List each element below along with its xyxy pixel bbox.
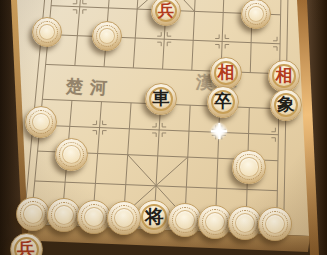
piece-character: 車 [146, 84, 176, 114]
xiangqi-game-scene: 楚河 漢界 兵相相車卒象将 兵 [0, 0, 327, 255]
river-text-chu-he: 楚河 [65, 75, 114, 100]
piece-h8-hidden[interactable] [232, 150, 265, 183]
piece-e10-将[interactable]: 将 [137, 200, 171, 234]
piece-g5-相[interactable]: 相 [210, 57, 241, 88]
piece-character: 兵 [11, 234, 42, 255]
piece-character: 相 [269, 61, 298, 90]
piece-c10-hidden[interactable] [77, 200, 111, 234]
piece-character: 象 [271, 90, 301, 120]
piece-a7-hidden[interactable] [25, 106, 57, 138]
piece-i6-象[interactable]: 象 [270, 89, 302, 121]
last-move-sparkle-indicator [210, 122, 228, 140]
piece-i5-相[interactable]: 相 [268, 60, 299, 91]
piece-f10-hidden[interactable] [168, 203, 202, 237]
piece-h10-hidden[interactable] [228, 206, 262, 240]
piece-character: 卒 [208, 87, 238, 117]
piece-e3-兵[interactable]: 兵 [151, 0, 181, 26]
piece-d10-hidden[interactable] [107, 201, 141, 235]
piece-g10-hidden[interactable] [198, 205, 232, 239]
piece-e6-車[interactable]: 車 [145, 83, 177, 115]
piece-b8-hidden[interactable] [55, 138, 88, 171]
piece-character: 兵 [152, 0, 180, 25]
piece-character: 将 [138, 201, 170, 233]
piece-character: 相 [211, 58, 240, 87]
piece-b10-hidden[interactable] [47, 198, 81, 232]
piece-a10-hidden[interactable] [16, 197, 50, 231]
piece-g6-卒[interactable]: 卒 [207, 86, 239, 118]
captured-piece-兵: 兵 [10, 233, 43, 255]
piece-i10-hidden[interactable] [258, 207, 292, 241]
